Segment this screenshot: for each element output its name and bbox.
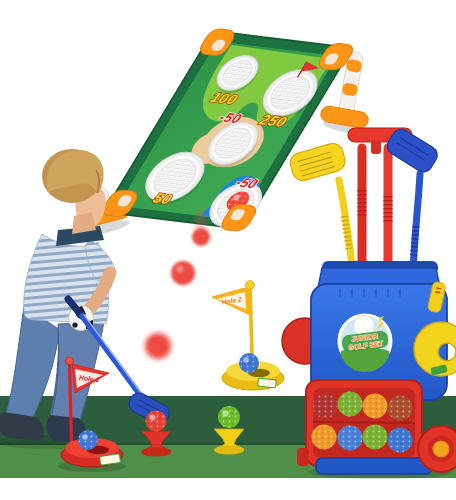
- product-photo-scene: 100 250 -50 50 -50 Hole 2: [0, 0, 456, 500]
- cart-foot-left: [297, 448, 309, 466]
- rack-ball-r2c3: [363, 425, 388, 450]
- hole1-pole-topper: [66, 357, 74, 365]
- cart-wheel: [418, 426, 456, 472]
- rack-ball-r2c4: [388, 428, 413, 453]
- hole2-blue-ball: [239, 353, 259, 373]
- rack-ball-r2c1: [312, 425, 337, 450]
- rack-ball-r1c1: [313, 394, 338, 419]
- rack-ball-r2c2: [338, 426, 363, 451]
- hole1-blue-ball: [78, 430, 98, 450]
- rack-ball-r1c3: [363, 394, 388, 419]
- scene-canvas: 100 250 -50 50 -50 Hole 2: [0, 0, 456, 500]
- junior-golf-set-badge: JUNIOR GOLF SET: [339, 315, 391, 372]
- cart-ball-rack: [306, 380, 422, 466]
- cart-base: [316, 458, 432, 474]
- hole2-cup-sticker: [258, 378, 277, 388]
- hole1-flag-pole: [70, 362, 72, 446]
- hole2-pole-topper: [246, 281, 255, 290]
- rack-ball-r1c2: [338, 392, 363, 417]
- rack-ball-r1c4: [388, 396, 413, 421]
